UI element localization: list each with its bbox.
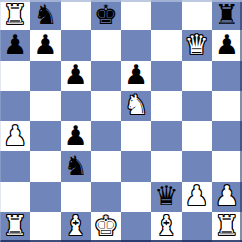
white-knight-e5[interactable]: ♞: [124, 91, 148, 118]
white-bishop-c1[interactable]: ♝: [64, 212, 88, 239]
square-g5[interactable]: [182, 91, 212, 121]
square-h4[interactable]: [212, 121, 242, 151]
square-h5[interactable]: [212, 91, 242, 121]
square-g7[interactable]: ♛: [182, 30, 212, 60]
square-h6[interactable]: [212, 61, 242, 91]
square-b6[interactable]: [30, 61, 60, 91]
square-a5[interactable]: [0, 91, 30, 121]
square-g4[interactable]: [182, 121, 212, 151]
chess-board: ♜♞♚♜♟♟♛♟♟♟♞♟♟♞♛♟♟♜♝♚♝♜: [0, 0, 242, 242]
white-king-d1[interactable]: ♚: [94, 212, 118, 239]
square-f4[interactable]: [151, 121, 181, 151]
square-a3[interactable]: [0, 151, 30, 181]
square-d4[interactable]: [91, 121, 121, 151]
square-h3[interactable]: [212, 151, 242, 181]
square-a2[interactable]: [0, 182, 30, 212]
square-a8[interactable]: ♜: [0, 0, 30, 30]
square-f2[interactable]: ♛: [151, 182, 181, 212]
square-b2[interactable]: [30, 182, 60, 212]
square-d8[interactable]: ♚: [91, 0, 121, 30]
square-e4[interactable]: [121, 121, 151, 151]
square-a7[interactable]: ♟: [0, 30, 30, 60]
square-e8[interactable]: [121, 0, 151, 30]
black-knight-c3[interactable]: ♞: [64, 152, 88, 179]
square-a6[interactable]: [0, 61, 30, 91]
square-g6[interactable]: [182, 61, 212, 91]
square-d7[interactable]: [91, 30, 121, 60]
square-e2[interactable]: [121, 182, 151, 212]
square-c7[interactable]: [61, 30, 91, 60]
chess-board-grid: ♜♞♚♜♟♟♛♟♟♟♞♟♟♞♛♟♟♜♝♚♝♜: [0, 0, 242, 242]
square-e5[interactable]: ♞: [121, 91, 151, 121]
square-a1[interactable]: ♜: [0, 212, 30, 242]
white-bishop-f1[interactable]: ♝: [154, 212, 178, 239]
square-h7[interactable]: ♟: [212, 30, 242, 60]
square-c2[interactable]: [61, 182, 91, 212]
square-h1[interactable]: ♜: [212, 212, 242, 242]
square-b3[interactable]: [30, 151, 60, 181]
square-c3[interactable]: ♞: [61, 151, 91, 181]
white-rook-h1[interactable]: ♜: [215, 212, 239, 239]
square-f3[interactable]: [151, 151, 181, 181]
square-h2[interactable]: ♟: [212, 182, 242, 212]
square-f5[interactable]: [151, 91, 181, 121]
white-queen-g7[interactable]: ♛: [185, 31, 209, 58]
square-f1[interactable]: ♝: [151, 212, 181, 242]
square-g2[interactable]: ♟: [182, 182, 212, 212]
square-c6[interactable]: ♟: [61, 61, 91, 91]
square-b4[interactable]: [30, 121, 60, 151]
square-g3[interactable]: [182, 151, 212, 181]
white-rook-a8[interactable]: ♜: [3, 1, 27, 28]
square-c4[interactable]: ♟: [61, 121, 91, 151]
square-c8[interactable]: [61, 0, 91, 30]
square-b1[interactable]: [30, 212, 60, 242]
square-e7[interactable]: [121, 30, 151, 60]
square-d5[interactable]: [91, 91, 121, 121]
white-pawn-h2[interactable]: ♟: [215, 182, 239, 209]
black-king-d8[interactable]: ♚: [94, 1, 118, 28]
square-d1[interactable]: ♚: [91, 212, 121, 242]
square-e3[interactable]: [121, 151, 151, 181]
square-g1[interactable]: [182, 212, 212, 242]
black-knight-b8[interactable]: ♞: [33, 1, 57, 28]
square-d3[interactable]: [91, 151, 121, 181]
square-c5[interactable]: [61, 91, 91, 121]
black-pawn-h7[interactable]: ♟: [215, 31, 239, 58]
black-queen-f2[interactable]: ♛: [154, 182, 178, 209]
square-f8[interactable]: [151, 0, 181, 30]
square-f6[interactable]: [151, 61, 181, 91]
black-pawn-c4[interactable]: ♟: [64, 122, 88, 149]
black-pawn-e6[interactable]: ♟: [124, 61, 148, 88]
black-pawn-b7[interactable]: ♟: [33, 31, 57, 58]
black-pawn-a7[interactable]: ♟: [3, 31, 27, 58]
square-c1[interactable]: ♝: [61, 212, 91, 242]
square-b7[interactable]: ♟: [30, 30, 60, 60]
square-b8[interactable]: ♞: [30, 0, 60, 30]
square-d2[interactable]: [91, 182, 121, 212]
white-pawn-a4[interactable]: ♟: [3, 122, 27, 149]
square-b5[interactable]: [30, 91, 60, 121]
square-h8[interactable]: ♜: [212, 0, 242, 30]
black-rook-h8[interactable]: ♜: [215, 1, 239, 28]
white-rook-a1[interactable]: ♜: [3, 212, 27, 239]
square-g8[interactable]: [182, 0, 212, 30]
white-pawn-g2[interactable]: ♟: [185, 182, 209, 209]
square-a4[interactable]: ♟: [0, 121, 30, 151]
square-e6[interactable]: ♟: [121, 61, 151, 91]
square-d6[interactable]: [91, 61, 121, 91]
black-pawn-c6[interactable]: ♟: [64, 61, 88, 88]
square-f7[interactable]: [151, 30, 181, 60]
square-e1[interactable]: [121, 212, 151, 242]
